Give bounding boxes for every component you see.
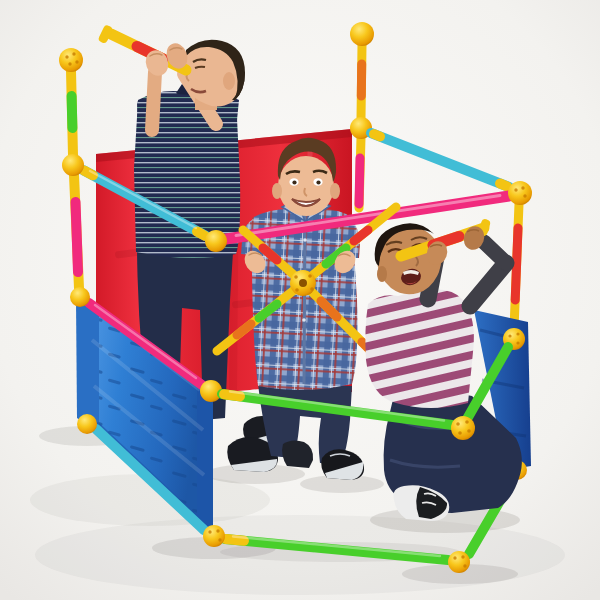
blue-panel-right-sleeve: [197, 382, 213, 536]
connector-ball: [59, 48, 83, 72]
tube-segment-red: [515, 228, 518, 300]
connector-ball: [451, 416, 475, 440]
connector-ball: [205, 230, 227, 252]
boy-right-shirt: [365, 289, 474, 408]
connector-ball: [448, 551, 470, 573]
connector-ball: [62, 154, 84, 176]
boy-middle-ear: [330, 183, 340, 199]
tube-segment-green: [72, 96, 73, 128]
boy-left-forearm: [152, 72, 155, 130]
connector-ball: [70, 287, 90, 307]
boy-middle-face: [278, 156, 334, 216]
tube-segment-pink: [76, 202, 79, 272]
connector-ball: [508, 181, 532, 205]
connector-ball: [203, 525, 225, 547]
connector-ball: [350, 22, 374, 46]
photo-canvas: Three boys play inside a child-size cons…: [0, 0, 600, 600]
blue-panel-left-sleeve: [76, 300, 99, 432]
boy-middle-ear: [272, 183, 282, 199]
tube-segment-pink: [359, 158, 360, 204]
connector-ball: [77, 414, 97, 434]
boy-left-ear: [223, 72, 235, 90]
boy-right-ear: [377, 266, 387, 282]
scene-photo: Three boys play inside a child-size cons…: [0, 0, 600, 600]
